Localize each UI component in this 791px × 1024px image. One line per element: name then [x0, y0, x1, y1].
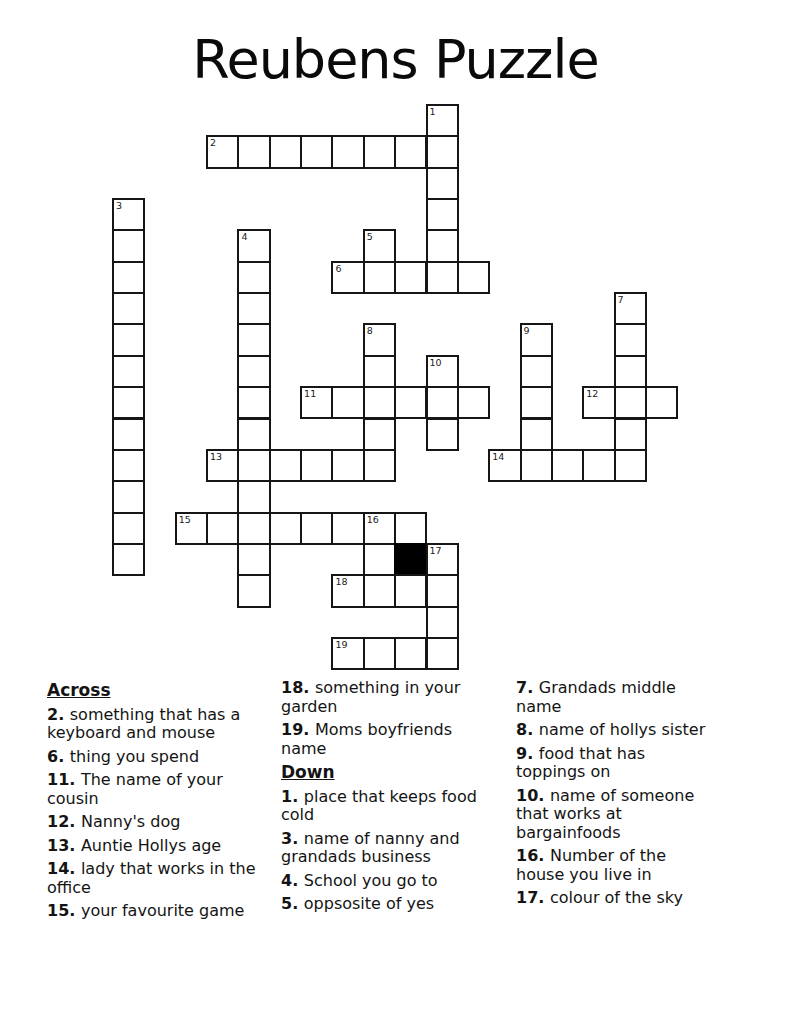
clue-8: 8. name of hollys sister — [516, 721, 718, 740]
clue-7: 7. Grandads middle name — [516, 679, 718, 716]
clue-10: 10. name of someone that works at bargai… — [516, 787, 718, 843]
clue-9: 9. food that has toppings on — [516, 745, 718, 782]
clue-column-3: 7. Grandads middle name8. name of hollys… — [516, 679, 718, 913]
clue-15: 15. your favourite game — [47, 902, 259, 921]
clue-3: 3. name of nanny and grandads business — [281, 830, 477, 867]
clue-column-2: 18. something in your garden19. Moms boy… — [281, 679, 477, 919]
clue-1: 1. place that keeps food cold — [281, 788, 477, 825]
clue-5: 5. oppsosite of yes — [281, 895, 477, 914]
clue-12: 12. Nanny's dog — [47, 813, 259, 832]
clue-18: 18. something in your garden — [281, 679, 477, 716]
clue-2: 2. something that has a keyboard and mou… — [47, 706, 259, 743]
clues-section: Across2. something that has a keyboard a… — [0, 0, 791, 1024]
clue-11: 11. The name of your cousin — [47, 771, 259, 808]
clue-4: 4. School you go to — [281, 872, 477, 891]
clue-6: 6. thing you spend — [47, 748, 259, 767]
clue-19: 19. Moms boyfriends name — [281, 721, 477, 758]
crossword-page: Reubens Puzzle 1234567891011121314151617… — [0, 0, 791, 1024]
down-heading: Down — [281, 763, 477, 782]
clue-16: 16. Number of the house you live in — [516, 847, 718, 884]
clue-17: 17. colour of the sky — [516, 889, 718, 908]
across-heading: Across — [47, 681, 259, 700]
clue-13: 13. Auntie Hollys age — [47, 837, 259, 856]
clue-14: 14. lady that works in the office — [47, 860, 259, 897]
clue-column-1: Across2. something that has a keyboard a… — [47, 681, 259, 926]
